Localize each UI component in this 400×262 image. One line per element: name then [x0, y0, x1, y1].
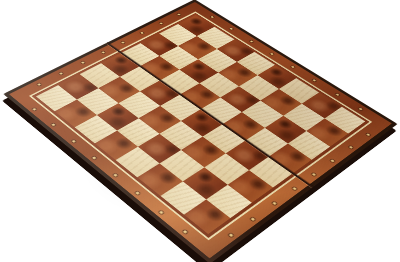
perspective-scene	[0, 0, 400, 262]
chess-board	[3, 0, 397, 262]
photo-background	[0, 0, 400, 262]
squares-grid	[36, 15, 366, 234]
